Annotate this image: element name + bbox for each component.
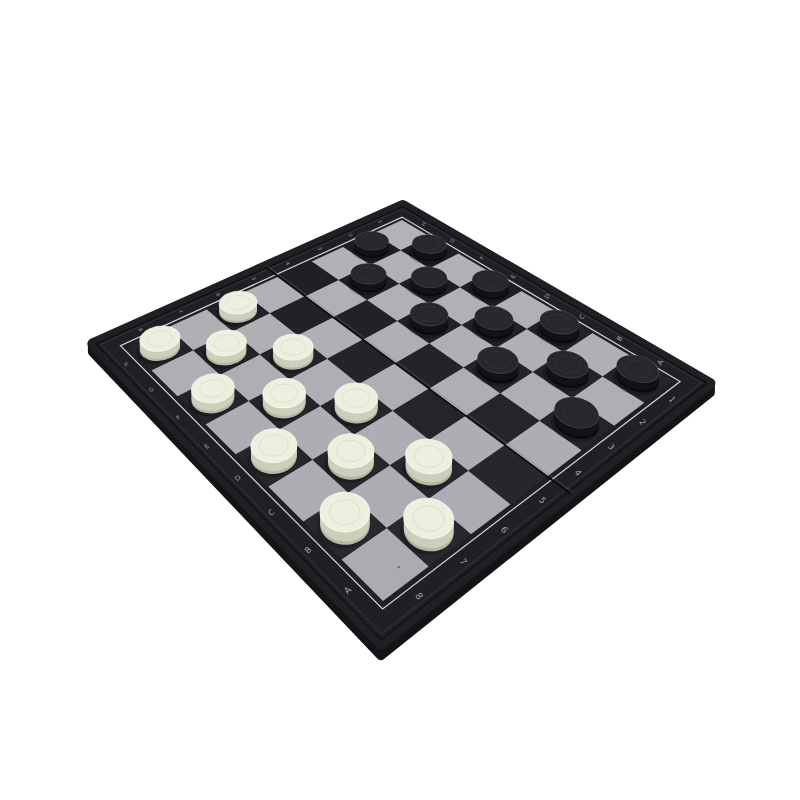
board-svg: AABBCCDDEEFFGGHH1122334455667788 [0, 0, 800, 800]
product-photo-checkers-board: AABBCCDDEEFFGGHH1122334455667788 [0, 0, 800, 800]
dust-speck [398, 566, 400, 568]
